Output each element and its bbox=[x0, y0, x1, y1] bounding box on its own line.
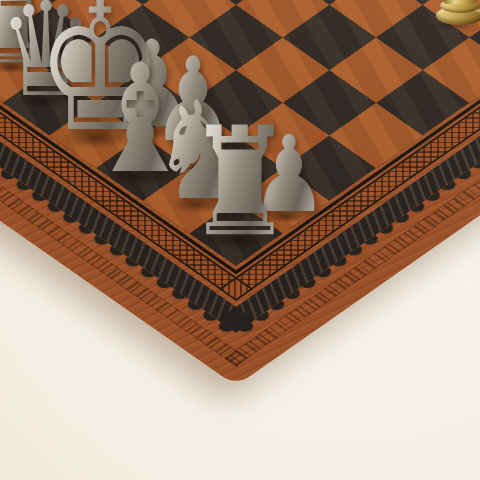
product-photo-chess-board: ♜♛♟♚♟♝♞♟♜ bbox=[0, 0, 480, 480]
piece-glyph-rook: ♜ bbox=[186, 107, 294, 257]
pieces-layer: ♜♛♟♚♟♝♞♟♜ bbox=[0, 0, 480, 480]
